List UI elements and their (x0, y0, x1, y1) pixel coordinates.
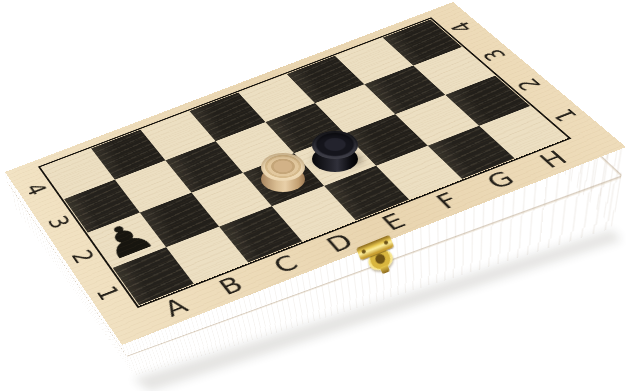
dark-checker-piece (312, 131, 358, 172)
rank-label-left-4: 4 (5, 170, 70, 210)
checker-top (312, 131, 358, 159)
light-checker-piece (261, 153, 305, 193)
photo-scene: ♟ ABCDEFGH11223344 (0, 0, 626, 391)
